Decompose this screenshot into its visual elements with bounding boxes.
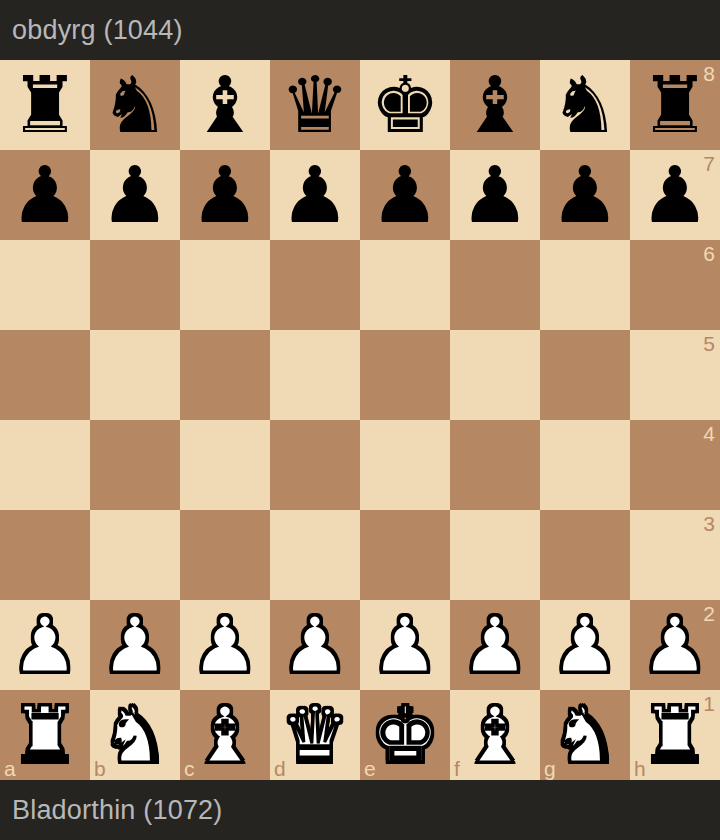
square-c5[interactable]: [180, 330, 270, 420]
bottom-player-name-rating: Bladorthin (1072): [12, 795, 223, 826]
black-pawn[interactable]: ♟: [640, 150, 710, 240]
square-e3[interactable]: [360, 510, 450, 600]
black-knight[interactable]: ♞: [100, 60, 170, 150]
square-c8[interactable]: ♝: [180, 60, 270, 150]
square-b5[interactable]: [90, 330, 180, 420]
square-a7[interactable]: ♟: [0, 150, 90, 240]
white-pawn[interactable]: ♟: [10, 600, 80, 690]
square-g3[interactable]: [540, 510, 630, 600]
black-pawn[interactable]: ♟: [550, 150, 620, 240]
square-d3[interactable]: [270, 510, 360, 600]
square-g8[interactable]: ♞: [540, 60, 630, 150]
white-rook[interactable]: ♜: [10, 690, 80, 780]
square-e2[interactable]: ♟: [360, 600, 450, 690]
black-queen[interactable]: ♛: [280, 60, 350, 150]
square-a6[interactable]: [0, 240, 90, 330]
square-g5[interactable]: [540, 330, 630, 420]
square-b6[interactable]: [90, 240, 180, 330]
square-a1[interactable]: ♜a: [0, 690, 90, 780]
black-bishop[interactable]: ♝: [460, 60, 530, 150]
square-b7[interactable]: ♟: [90, 150, 180, 240]
white-pawn[interactable]: ♟: [370, 600, 440, 690]
square-h8[interactable]: ♜8: [630, 60, 720, 150]
square-g1[interactable]: ♞g: [540, 690, 630, 780]
square-f6[interactable]: [450, 240, 540, 330]
square-e7[interactable]: ♟: [360, 150, 450, 240]
chess-board[interactable]: ♜♞♝♛♚♝♞♜8♟♟♟♟♟♟♟♟76543♟♟♟♟♟♟♟♟2♜a♞b♝c♛d♚…: [0, 60, 720, 780]
top-player-name-rating: obdyrg (1044): [12, 15, 183, 46]
black-king[interactable]: ♚: [370, 60, 440, 150]
black-bishop[interactable]: ♝: [190, 60, 260, 150]
square-e8[interactable]: ♚: [360, 60, 450, 150]
square-f2[interactable]: ♟: [450, 600, 540, 690]
square-b3[interactable]: [90, 510, 180, 600]
square-f5[interactable]: [450, 330, 540, 420]
square-b4[interactable]: [90, 420, 180, 510]
rank-label-6: 6: [703, 243, 715, 264]
square-c7[interactable]: ♟: [180, 150, 270, 240]
white-pawn[interactable]: ♟: [100, 600, 170, 690]
file-label-f: f: [454, 758, 460, 779]
white-rook[interactable]: ♜: [640, 690, 710, 780]
square-e4[interactable]: [360, 420, 450, 510]
white-knight[interactable]: ♞: [100, 690, 170, 780]
square-b2[interactable]: ♟: [90, 600, 180, 690]
white-pawn[interactable]: ♟: [190, 600, 260, 690]
square-c6[interactable]: [180, 240, 270, 330]
square-h1[interactable]: ♜1h: [630, 690, 720, 780]
square-h2[interactable]: ♟2: [630, 600, 720, 690]
square-e1[interactable]: ♚e: [360, 690, 450, 780]
square-f8[interactable]: ♝: [450, 60, 540, 150]
square-h6[interactable]: 6: [630, 240, 720, 330]
rank-label-5: 5: [703, 333, 715, 354]
white-pawn[interactable]: ♟: [640, 600, 710, 690]
rank-label-4: 4: [703, 423, 715, 444]
square-h5[interactable]: 5: [630, 330, 720, 420]
square-d8[interactable]: ♛: [270, 60, 360, 150]
player-bar-top: obdyrg (1044): [0, 0, 720, 60]
square-a8[interactable]: ♜: [0, 60, 90, 150]
black-rook[interactable]: ♜: [640, 60, 710, 150]
square-d1[interactable]: ♛d: [270, 690, 360, 780]
white-pawn[interactable]: ♟: [460, 600, 530, 690]
black-pawn[interactable]: ♟: [190, 150, 260, 240]
square-c3[interactable]: [180, 510, 270, 600]
white-pawn[interactable]: ♟: [280, 600, 350, 690]
square-c1[interactable]: ♝c: [180, 690, 270, 780]
square-g4[interactable]: [540, 420, 630, 510]
square-h4[interactable]: 4: [630, 420, 720, 510]
square-f4[interactable]: [450, 420, 540, 510]
square-h7[interactable]: ♟7: [630, 150, 720, 240]
square-h3[interactable]: 3: [630, 510, 720, 600]
square-d6[interactable]: [270, 240, 360, 330]
square-c4[interactable]: [180, 420, 270, 510]
square-c2[interactable]: ♟: [180, 600, 270, 690]
square-b1[interactable]: ♞b: [90, 690, 180, 780]
black-knight[interactable]: ♞: [550, 60, 620, 150]
square-f7[interactable]: ♟: [450, 150, 540, 240]
black-pawn[interactable]: ♟: [10, 150, 80, 240]
black-pawn[interactable]: ♟: [370, 150, 440, 240]
black-pawn[interactable]: ♟: [100, 150, 170, 240]
square-f3[interactable]: [450, 510, 540, 600]
white-knight[interactable]: ♞: [550, 690, 620, 780]
square-d7[interactable]: ♟: [270, 150, 360, 240]
black-rook[interactable]: ♜: [10, 60, 80, 150]
white-pawn[interactable]: ♟: [550, 600, 620, 690]
square-a4[interactable]: [0, 420, 90, 510]
player-bar-bottom: Bladorthin (1072): [0, 780, 720, 840]
chess-game-screen: obdyrg (1044) ♜♞♝♛♚♝♞♜8♟♟♟♟♟♟♟♟76543♟♟♟♟…: [0, 0, 720, 840]
square-b8[interactable]: ♞: [90, 60, 180, 150]
square-e6[interactable]: [360, 240, 450, 330]
square-d5[interactable]: [270, 330, 360, 420]
square-a2[interactable]: ♟: [0, 600, 90, 690]
square-d2[interactable]: ♟: [270, 600, 360, 690]
square-g6[interactable]: [540, 240, 630, 330]
square-g7[interactable]: ♟: [540, 150, 630, 240]
square-a5[interactable]: [0, 330, 90, 420]
white-bishop[interactable]: ♝: [460, 690, 530, 780]
square-g2[interactable]: ♟: [540, 600, 630, 690]
black-pawn[interactable]: ♟: [460, 150, 530, 240]
square-e5[interactable]: [360, 330, 450, 420]
white-king[interactable]: ♚: [370, 690, 440, 780]
square-f1[interactable]: ♝f: [450, 690, 540, 780]
rank-label-3: 3: [703, 513, 715, 534]
square-d4[interactable]: [270, 420, 360, 510]
square-a3[interactable]: [0, 510, 90, 600]
white-queen[interactable]: ♛: [280, 690, 350, 780]
black-pawn[interactable]: ♟: [280, 150, 350, 240]
white-bishop[interactable]: ♝: [190, 690, 260, 780]
